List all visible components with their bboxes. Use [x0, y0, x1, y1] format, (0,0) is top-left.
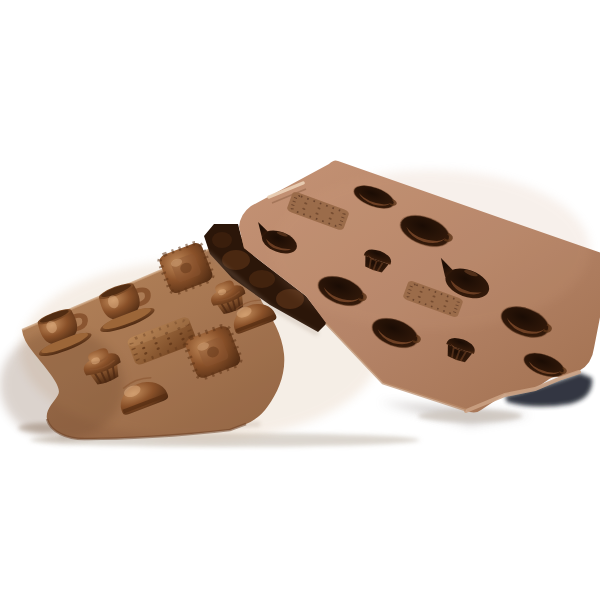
chocolate-mold-photo [0, 0, 600, 600]
product-photo-stage [0, 0, 600, 600]
